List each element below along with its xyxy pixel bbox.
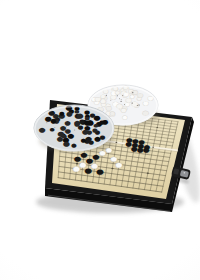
- bowl-stone: ●: [89, 111, 96, 117]
- bowl-stone: ●: [123, 91, 130, 97]
- black-stone: ●: [143, 146, 150, 154]
- white-stone: ●: [115, 161, 123, 169]
- bowl-stone: ●: [88, 139, 94, 145]
- black-stone: ●: [96, 168, 104, 176]
- bowl-stone: ●: [131, 100, 139, 108]
- bowl-stone: ●: [93, 123, 99, 128]
- bowl-stone: ●: [137, 92, 144, 99]
- go-board-scene: ●●●●●●●●●●●●●●●●●●●●●●●●●●●●●●●●●●●●●●●●…: [0, 0, 200, 280]
- star-point: [152, 147, 154, 148]
- bowl-stone: ●: [50, 126, 56, 131]
- bowl-stone: ●: [99, 119, 106, 125]
- bowl-stone: ●: [94, 96, 101, 103]
- bowl-stone: ●: [80, 137, 86, 142]
- bowl-stone: ●: [94, 135, 101, 143]
- white-stone: ●: [73, 165, 81, 173]
- bowl-stone: ●: [116, 102, 123, 110]
- go-set-product-photo[interactable]: ●●●●●●●●●●●●●●●●●●●●●●●●●●●●●●●●●●●●●●●●…: [0, 0, 200, 280]
- bowl-stone: ●: [125, 96, 132, 104]
- bowl-stone: ●: [39, 125, 47, 133]
- bowl-stone: ●: [85, 116, 91, 121]
- white-stone: ●: [99, 149, 107, 157]
- bowl-stone: ●: [106, 105, 113, 112]
- bowl-stone: ●: [122, 114, 128, 120]
- bowl-stone: ●: [76, 112, 84, 120]
- bowl-stone: ●: [66, 111, 73, 118]
- black-stone: ●: [92, 153, 100, 161]
- bowl-stone: ●: [63, 140, 71, 148]
- white-stone: ●: [106, 146, 113, 154]
- bowl-stone: ●: [65, 128, 72, 135]
- star-point: [111, 168, 113, 170]
- star-point: [76, 163, 78, 165]
- star-point: [115, 142, 117, 143]
- bowl-stone: ●: [50, 117, 57, 124]
- bowl-stone: ●: [82, 127, 89, 135]
- bowl-stone: ●: [64, 120, 71, 127]
- star-point: [147, 172, 149, 174]
- star-point: [156, 127, 158, 128]
- black-stone: ●: [84, 167, 92, 175]
- bowl-stone: ●: [142, 108, 150, 116]
- bowl-stone: ●: [71, 141, 77, 147]
